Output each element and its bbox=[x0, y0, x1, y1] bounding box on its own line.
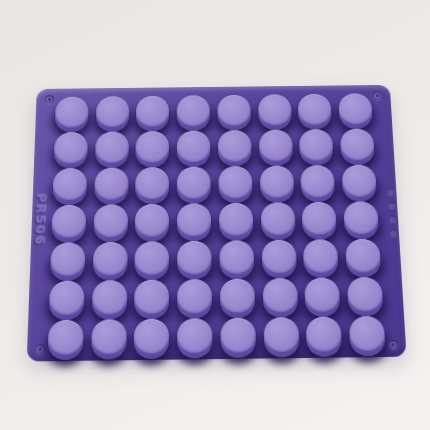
cylinder-top bbox=[259, 166, 294, 198]
well-cylinder bbox=[218, 130, 252, 166]
well-cylinder bbox=[134, 280, 169, 320]
cylinder-top bbox=[95, 132, 129, 164]
cylinder-top bbox=[262, 278, 298, 312]
well-cylinder bbox=[217, 95, 251, 131]
well-cylinder bbox=[94, 168, 128, 205]
well-cylinder bbox=[49, 281, 85, 321]
cylinder-top bbox=[258, 130, 292, 162]
cylinder-top bbox=[92, 280, 127, 314]
well-cylinder bbox=[342, 165, 378, 202]
cylinder-top bbox=[93, 204, 128, 237]
well-cylinder bbox=[302, 202, 338, 240]
cylinder-top bbox=[92, 242, 127, 276]
embossed-model-number: PR506 bbox=[32, 194, 48, 247]
well-cylinder bbox=[177, 203, 211, 241]
well-cylinder bbox=[51, 205, 86, 243]
well-cylinder bbox=[305, 278, 341, 317]
cylinder-top bbox=[94, 168, 128, 200]
embossed-certification-marks bbox=[387, 188, 397, 236]
well-cylinder bbox=[220, 279, 255, 318]
cylinder-top bbox=[219, 203, 254, 236]
embossed-mark bbox=[389, 215, 396, 222]
well-cylinder bbox=[300, 165, 335, 202]
well-cylinder bbox=[340, 129, 375, 165]
cylinder-top bbox=[218, 130, 252, 162]
well-cylinder bbox=[349, 316, 386, 356]
well-cylinder bbox=[95, 132, 129, 168]
well-cylinder bbox=[306, 317, 343, 357]
well-cylinder bbox=[135, 204, 169, 242]
cylinder-top bbox=[220, 279, 255, 313]
well-cylinder bbox=[338, 93, 373, 129]
well-cylinder bbox=[177, 131, 211, 167]
well-cylinder bbox=[47, 320, 83, 360]
mold-tray: PR506 bbox=[27, 85, 407, 362]
well-cylinder bbox=[93, 204, 128, 242]
well-cylinder bbox=[92, 280, 127, 320]
well-cylinder bbox=[177, 95, 210, 131]
well-cylinder bbox=[262, 278, 298, 317]
well-cylinder bbox=[260, 202, 295, 240]
well-cylinder bbox=[50, 242, 85, 281]
embossed-mark bbox=[388, 202, 395, 209]
well-cylinder bbox=[258, 94, 292, 130]
well-cylinder bbox=[299, 129, 334, 165]
well-cylinder bbox=[91, 319, 127, 359]
cylinder-top bbox=[261, 240, 296, 274]
well-cylinder bbox=[53, 132, 87, 168]
well-cylinder bbox=[345, 239, 381, 278]
well-cylinder bbox=[219, 240, 254, 279]
photo-background: PR506 bbox=[0, 0, 430, 430]
embossed-mark bbox=[390, 229, 397, 236]
cylinder-top bbox=[217, 95, 251, 126]
well-cylinder bbox=[52, 168, 87, 205]
cylinder-top bbox=[95, 96, 129, 127]
well-cylinder bbox=[136, 131, 170, 167]
well-grid bbox=[44, 93, 389, 345]
well-cylinder bbox=[258, 130, 292, 166]
well-cylinder bbox=[259, 166, 294, 203]
well-cylinder bbox=[136, 96, 169, 132]
corner-hole bbox=[388, 340, 398, 350]
well-cylinder bbox=[177, 279, 212, 319]
well-cylinder bbox=[177, 318, 212, 358]
well-cylinder bbox=[55, 97, 89, 133]
well-cylinder bbox=[135, 167, 169, 204]
well-cylinder bbox=[298, 94, 332, 130]
cylinder-top bbox=[260, 202, 295, 235]
corner-hole bbox=[35, 344, 45, 354]
cylinder-top bbox=[263, 317, 299, 352]
cylinder-top bbox=[218, 166, 252, 198]
cylinder-top bbox=[219, 240, 254, 274]
well-cylinder bbox=[220, 318, 256, 358]
well-cylinder bbox=[261, 240, 296, 279]
well-cylinder bbox=[263, 317, 299, 357]
well-cylinder bbox=[134, 319, 169, 359]
well-cylinder bbox=[177, 167, 211, 204]
well-cylinder bbox=[218, 166, 252, 203]
cylinder-top bbox=[258, 94, 292, 125]
embossed-mark bbox=[387, 188, 394, 195]
well-cylinder bbox=[135, 241, 170, 280]
well-cylinder bbox=[303, 239, 339, 278]
well-cylinder bbox=[95, 96, 129, 132]
well-cylinder bbox=[343, 201, 379, 239]
well-cylinder bbox=[177, 241, 212, 280]
well-cylinder bbox=[347, 277, 384, 316]
well-cylinder bbox=[92, 242, 127, 281]
cylinder-top bbox=[91, 319, 127, 354]
cylinder-top bbox=[220, 318, 256, 353]
well-cylinder bbox=[219, 203, 254, 241]
